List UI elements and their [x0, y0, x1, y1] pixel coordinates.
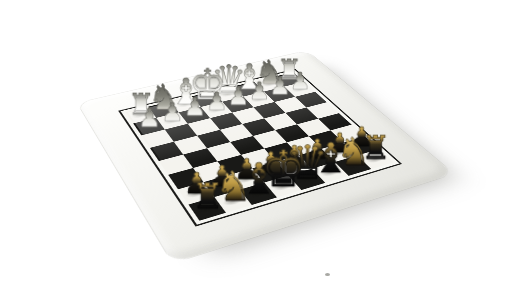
dust-speck	[325, 273, 330, 276]
chess-board: ♜♞♝♛♚♝♞♜♟♟♟♟♟♟♟♟♟♟♟♟♟♟♟♟♜♞♝♛♚♝♞♜	[78, 51, 454, 263]
product-photo: ♜♞♝♛♚♝♞♜♟♟♟♟♟♟♟♟♟♟♟♟♟♟♟♟♜♞♝♛♚♝♞♜	[0, 0, 510, 301]
pieces-layer: ♜♞♝♛♚♝♞♜♟♟♟♟♟♟♟♟♟♟♟♟♟♟♟♟♜♞♝♛♚♝♞♜	[125, 72, 393, 221]
